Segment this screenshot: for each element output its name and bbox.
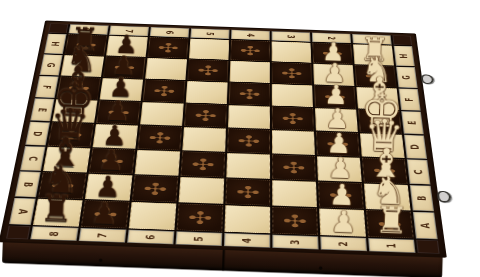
white-rook-a1[interactable]: ♜ xyxy=(374,201,408,239)
rank-label-top-6: 6 xyxy=(150,27,189,38)
frame-corner xyxy=(48,23,68,33)
carved-flower-ornament: ✣ xyxy=(182,152,224,177)
box-front-dot xyxy=(319,266,322,269)
square-b3[interactable] xyxy=(272,180,317,207)
square-a3[interactable]: ✣ xyxy=(272,207,318,235)
carved-flower-ornament: ✣ xyxy=(228,129,269,153)
carved-flower-ornament: ✣ xyxy=(273,107,313,130)
carved-flower-ornament: ✣ xyxy=(139,126,181,150)
carved-flower-ornament: ✣ xyxy=(188,60,227,81)
carved-flower-ornament: ✣ xyxy=(226,179,269,205)
rank-label-top-3: 3 xyxy=(272,31,311,42)
square-a1[interactable]: ✣♜ xyxy=(366,210,414,238)
carved-flower-ornament: ✣ xyxy=(133,176,177,202)
square-g5[interactable]: ✣ xyxy=(187,59,228,81)
square-h4[interactable]: ✣ xyxy=(230,40,270,61)
square-b5[interactable] xyxy=(179,177,225,204)
file-label-left-b: B xyxy=(15,171,41,197)
file-label-right-e: E xyxy=(401,111,424,134)
carved-flower-ornament: ✣ xyxy=(185,104,226,127)
square-h5[interactable] xyxy=(189,39,229,60)
square-d6[interactable]: ✣ xyxy=(137,126,182,151)
square-d3[interactable] xyxy=(272,130,315,155)
square-h3[interactable] xyxy=(272,41,312,62)
file-label-left-h: H xyxy=(44,34,67,54)
file-label-left-a: A xyxy=(9,198,36,225)
square-f3[interactable] xyxy=(272,84,313,107)
square-e3[interactable]: ✣ xyxy=(272,107,314,131)
square-a7[interactable]: ✣♟ xyxy=(81,200,130,228)
carved-flower-ornament: ✣ xyxy=(273,155,315,180)
square-d4[interactable]: ✣ xyxy=(227,129,270,154)
board-frame: 87654321H✣♜♟✣✣✣♟♜HG♞✣♟✣✣♟✣♞GF✣♝♟✣✣✣♟♝FE♚… xyxy=(0,21,447,258)
square-b4[interactable]: ✣ xyxy=(225,179,270,206)
square-g4[interactable] xyxy=(230,61,270,83)
carved-flower-ornament: ✣ xyxy=(273,208,317,235)
file-label-right-d: D xyxy=(404,135,427,159)
file-label-right-a: A xyxy=(413,212,438,239)
square-f4[interactable]: ✣ xyxy=(229,83,270,106)
carved-flower-ornament: ✣ xyxy=(273,63,311,84)
square-h6[interactable]: ✣ xyxy=(148,37,189,58)
square-f5[interactable] xyxy=(186,81,228,104)
square-c5[interactable]: ✣ xyxy=(180,151,225,177)
file-label-left-d: D xyxy=(25,122,50,146)
square-e5[interactable]: ✣ xyxy=(184,104,227,128)
square-g6[interactable] xyxy=(145,58,187,80)
box-front-dot xyxy=(99,259,102,262)
carved-flower-ornament: ✣ xyxy=(178,204,222,231)
square-a2[interactable]: ♟ xyxy=(319,208,366,236)
carved-flower-ornament: ✣ xyxy=(149,38,188,58)
carved-flower-ornament: ✣ xyxy=(144,80,185,102)
square-c3[interactable]: ✣ xyxy=(272,155,316,181)
carved-flower-ornament: ✣ xyxy=(230,83,269,105)
square-c4[interactable] xyxy=(226,153,270,179)
black-rook-a8[interactable]: ♜ xyxy=(39,189,73,227)
square-a5[interactable]: ✣ xyxy=(177,204,224,232)
file-label-right-h: H xyxy=(394,46,415,67)
board-grid: 87654321H✣♜♟✣✣✣♟♜HG♞✣♟✣✣♟✣♞GF✣♝♟✣✣✣♟♝FE♚… xyxy=(6,23,440,253)
square-g3[interactable]: ✣ xyxy=(272,62,312,84)
rank-label-top-4: 4 xyxy=(231,30,270,41)
file-label-right-b: B xyxy=(410,185,434,211)
square-f6[interactable]: ✣ xyxy=(143,80,186,103)
square-e6[interactable] xyxy=(140,102,184,126)
rank-label-top-5: 5 xyxy=(190,28,229,39)
white-pawn-a2[interactable]: ♟ xyxy=(330,207,357,237)
square-a4[interactable] xyxy=(224,205,270,233)
square-a8[interactable]: ♜ xyxy=(33,199,83,227)
square-e4[interactable] xyxy=(228,105,270,129)
file-label-left-c: C xyxy=(20,146,45,171)
photo-background: 87654321H✣♜♟✣✣✣♟♜HG♞✣♟✣✣♟✣♞GF✣♝♟✣✣✣♟♝FE♚… xyxy=(0,0,480,277)
square-a6[interactable] xyxy=(129,202,177,230)
black-pawn-a7[interactable]: ♟ xyxy=(90,198,117,228)
square-b6[interactable]: ✣ xyxy=(132,175,179,202)
square-d5[interactable] xyxy=(182,127,226,152)
metal-clasp-icon xyxy=(421,74,435,84)
file-label-right-c: C xyxy=(407,159,431,184)
carved-flower-ornament: ✣ xyxy=(231,40,269,60)
frame-corner xyxy=(392,35,412,45)
square-c6[interactable] xyxy=(135,150,181,176)
chess-box: 87654321H✣♜♟✣✣✣♟♜HG♞✣♟✣✣♟✣♞GF✣♝♟✣✣✣♟♝FE♚… xyxy=(0,21,447,258)
